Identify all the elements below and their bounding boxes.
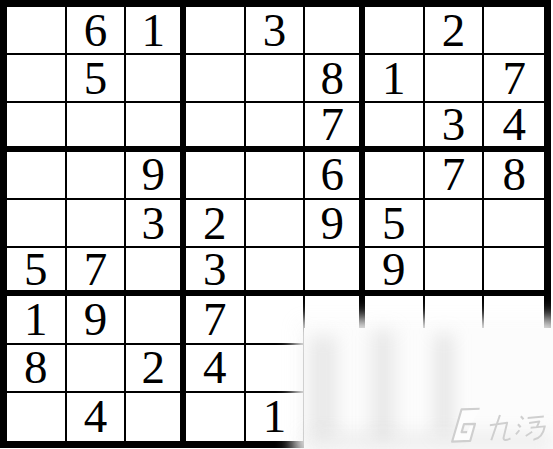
cell-r8c2[interactable] [67, 345, 127, 393]
cell-r4c1[interactable] [7, 152, 67, 200]
cell-r1c4[interactable] [186, 7, 246, 55]
cell-r9c4[interactable] [186, 393, 246, 441]
cell-r1c3[interactable]: 1 [126, 7, 186, 55]
sudoku-screenshot: 6132581773496783295573919782441 九游 [0, 0, 553, 449]
cell-r8c1[interactable]: 8 [7, 345, 67, 393]
cell-r4c3[interactable]: 9 [126, 152, 186, 200]
cell-r9c5[interactable]: 1 [246, 393, 306, 441]
cell-r6c8[interactable] [425, 248, 485, 296]
cell-r9c2[interactable]: 4 [67, 393, 127, 441]
watermark-blur-overlay: 九游 [304, 328, 553, 449]
cell-r2c9[interactable]: 7 [484, 55, 544, 103]
cell-r4c4[interactable] [186, 152, 246, 200]
cell-r4c6[interactable]: 6 [305, 152, 365, 200]
cell-r3c8[interactable]: 3 [425, 103, 485, 151]
cell-r3c1[interactable] [7, 103, 67, 151]
cell-r5c9[interactable] [484, 200, 544, 248]
cell-r7c3[interactable] [126, 296, 186, 344]
cell-r3c2[interactable] [67, 103, 127, 151]
cell-r4c7[interactable] [365, 152, 425, 200]
cell-r3c3[interactable] [126, 103, 186, 151]
cell-r4c5[interactable] [246, 152, 306, 200]
cell-r5c5[interactable] [246, 200, 306, 248]
cell-r1c9[interactable] [484, 7, 544, 55]
cell-r6c2[interactable]: 7 [67, 248, 127, 296]
jiuyou-logo-icon [446, 406, 486, 445]
cell-r6c1[interactable]: 5 [7, 248, 67, 296]
cell-r7c5[interactable] [246, 296, 306, 344]
cell-r8c5[interactable] [246, 345, 306, 393]
cell-r4c2[interactable] [67, 152, 127, 200]
cell-r5c7[interactable]: 5 [365, 200, 425, 248]
cell-r6c6[interactable] [305, 248, 365, 296]
cell-r3c9[interactable]: 4 [484, 103, 544, 151]
cell-r5c6[interactable]: 9 [305, 200, 365, 248]
cell-r8c4[interactable]: 4 [186, 345, 246, 393]
cell-r1c7[interactable] [365, 7, 425, 55]
cell-r9c1[interactable] [7, 393, 67, 441]
cell-r6c4[interactable]: 3 [186, 248, 246, 296]
cell-r2c8[interactable] [425, 55, 485, 103]
cell-r2c6[interactable]: 8 [305, 55, 365, 103]
cell-r4c9[interactable]: 8 [484, 152, 544, 200]
cell-r5c8[interactable] [425, 200, 485, 248]
cell-r6c7[interactable]: 9 [365, 248, 425, 296]
cell-r2c3[interactable] [126, 55, 186, 103]
cell-r2c4[interactable] [186, 55, 246, 103]
cell-r3c4[interactable] [186, 103, 246, 151]
cell-r3c7[interactable] [365, 103, 425, 151]
cell-r8c3[interactable]: 2 [126, 345, 186, 393]
blur-ghost-streak [310, 336, 336, 436]
cell-r7c2[interactable]: 9 [67, 296, 127, 344]
cell-r6c5[interactable] [246, 248, 306, 296]
cell-r5c4[interactable]: 2 [186, 200, 246, 248]
cell-r4c8[interactable]: 7 [425, 152, 485, 200]
cell-r6c3[interactable] [126, 248, 186, 296]
cell-r5c3[interactable]: 3 [126, 200, 186, 248]
cell-r5c1[interactable] [7, 200, 67, 248]
cell-r7c4[interactable]: 7 [186, 296, 246, 344]
cell-r3c6[interactable]: 7 [305, 103, 365, 151]
watermark-brand-glyphs-icon [485, 411, 550, 443]
cell-r9c3[interactable] [126, 393, 186, 441]
cell-r2c7[interactable]: 1 [365, 55, 425, 103]
cell-r6c9[interactable] [484, 248, 544, 296]
cell-r2c1[interactable] [7, 55, 67, 103]
watermark: 九游 [446, 403, 551, 445]
cell-r3c5[interactable] [246, 103, 306, 151]
cell-r1c2[interactable]: 6 [67, 7, 127, 55]
cell-r2c5[interactable] [246, 55, 306, 103]
cell-r1c6[interactable] [305, 7, 365, 55]
cell-r5c2[interactable] [67, 200, 127, 248]
blur-ghost-streak [372, 330, 394, 438]
cell-r1c8[interactable]: 2 [425, 7, 485, 55]
cell-r2c2[interactable]: 5 [67, 55, 127, 103]
cell-r1c1[interactable] [7, 7, 67, 55]
cell-r1c5[interactable]: 3 [246, 7, 306, 55]
cell-r7c1[interactable]: 1 [7, 296, 67, 344]
